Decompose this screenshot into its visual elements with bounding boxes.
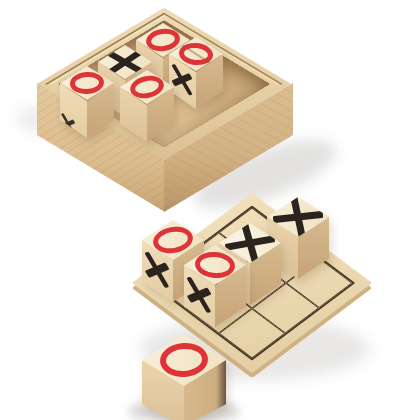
o-symbol — [159, 341, 209, 378]
cube-layer — [0, 0, 420, 420]
x-symbol-front-face — [60, 109, 77, 138]
wooden-cube-o-top[interactable] — [120, 70, 174, 142]
o-symbol — [69, 71, 104, 95]
wooden-cube-o-top[interactable] — [169, 37, 223, 109]
x-bar — [61, 119, 76, 128]
o-symbol — [194, 250, 236, 279]
wooden-cube-o-top[interactable] — [142, 334, 226, 420]
wooden-cube-o-top[interactable] — [60, 66, 114, 138]
wooden-cube-o-top[interactable] — [184, 245, 246, 327]
product-photo-stage — [0, 0, 420, 420]
